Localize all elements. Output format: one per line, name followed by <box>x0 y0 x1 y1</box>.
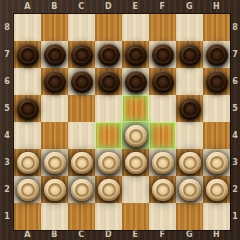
square-C1[interactable] <box>68 203 95 230</box>
square-E4[interactable] <box>122 122 149 149</box>
square-C8[interactable] <box>68 14 95 41</box>
piece-light-G2[interactable] <box>179 179 201 201</box>
square-A1[interactable] <box>14 203 41 230</box>
rank-label-3: 3 <box>0 149 14 176</box>
square-G1[interactable] <box>176 203 203 230</box>
square-H3[interactable] <box>203 149 230 176</box>
square-D6[interactable] <box>95 68 122 95</box>
square-F1[interactable] <box>149 203 176 230</box>
file-label-g: G <box>176 230 203 240</box>
square-E8[interactable] <box>122 14 149 41</box>
square-G4[interactable] <box>176 122 203 149</box>
square-E5[interactable] <box>122 95 149 122</box>
piece-light-H2[interactable] <box>206 179 228 201</box>
piece-dark-F6[interactable] <box>152 71 174 93</box>
piece-light-H3[interactable] <box>206 152 228 174</box>
square-G6[interactable] <box>176 68 203 95</box>
rank-label-8: 8 <box>0 14 14 41</box>
file-labels-bottom: ABCDEFGH <box>14 230 230 240</box>
file-label-f: F <box>149 0 176 14</box>
square-A3[interactable] <box>14 149 41 176</box>
file-label-g: G <box>176 0 203 14</box>
file-label-b: B <box>41 230 68 240</box>
piece-dark-G5[interactable] <box>179 98 201 120</box>
square-A4[interactable] <box>14 122 41 149</box>
rank-label-5: 5 <box>0 95 14 122</box>
square-G8[interactable] <box>176 14 203 41</box>
square-H6[interactable] <box>203 68 230 95</box>
rank-label-7: 7 <box>230 41 240 68</box>
rank-label-1: 1 <box>230 203 240 230</box>
square-C6[interactable] <box>68 68 95 95</box>
square-A6[interactable] <box>14 68 41 95</box>
piece-dark-B6[interactable] <box>44 71 66 93</box>
piece-light-B2[interactable] <box>44 179 66 201</box>
piece-dark-C7[interactable] <box>71 44 93 66</box>
piece-dark-B7[interactable] <box>44 44 66 66</box>
square-E2[interactable] <box>122 176 149 203</box>
file-label-d: D <box>95 0 122 14</box>
square-G7[interactable] <box>176 41 203 68</box>
piece-light-D3[interactable] <box>98 152 120 174</box>
square-B5[interactable] <box>41 95 68 122</box>
file-labels-top: ABCDEFGH <box>14 0 230 14</box>
piece-light-F3[interactable] <box>152 152 174 174</box>
square-E3[interactable] <box>122 149 149 176</box>
square-D4[interactable] <box>95 122 122 149</box>
piece-dark-D7[interactable] <box>98 44 120 66</box>
square-D7[interactable] <box>95 41 122 68</box>
square-F2[interactable] <box>149 176 176 203</box>
file-label-e: E <box>122 230 149 240</box>
piece-light-G3[interactable] <box>179 152 201 174</box>
board-frame: ABCDEFGH ABCDEFGH 87654321 87654321 <box>0 0 240 240</box>
rank-label-4: 4 <box>230 122 240 149</box>
file-label-b: B <box>41 0 68 14</box>
rank-label-7: 7 <box>0 41 14 68</box>
square-G5[interactable] <box>176 95 203 122</box>
rank-labels-right: 87654321 <box>230 14 240 230</box>
piece-light-A3[interactable] <box>17 152 39 174</box>
square-C2[interactable] <box>68 176 95 203</box>
rank-label-1: 1 <box>0 203 14 230</box>
square-D1[interactable] <box>95 203 122 230</box>
piece-dark-D6[interactable] <box>98 71 120 93</box>
file-label-f: F <box>149 230 176 240</box>
file-label-d: D <box>95 230 122 240</box>
square-F6[interactable] <box>149 68 176 95</box>
square-E1[interactable] <box>122 203 149 230</box>
rank-label-8: 8 <box>230 14 240 41</box>
rank-label-2: 2 <box>230 176 240 203</box>
square-C7[interactable] <box>68 41 95 68</box>
rank-label-6: 6 <box>0 68 14 95</box>
square-H7[interactable] <box>203 41 230 68</box>
piece-dark-A7[interactable] <box>17 44 39 66</box>
square-H4[interactable] <box>203 122 230 149</box>
rank-label-4: 4 <box>0 122 14 149</box>
square-A2[interactable] <box>14 176 41 203</box>
square-B2[interactable] <box>41 176 68 203</box>
piece-light-A2[interactable] <box>17 179 39 201</box>
square-F4[interactable] <box>149 122 176 149</box>
file-label-h: H <box>203 0 230 14</box>
square-A7[interactable] <box>14 41 41 68</box>
file-label-c: C <box>68 0 95 14</box>
piece-light-B3[interactable] <box>44 152 66 174</box>
square-A5[interactable] <box>14 95 41 122</box>
square-G3[interactable] <box>176 149 203 176</box>
piece-dark-A5[interactable] <box>17 98 39 120</box>
piece-dark-G7[interactable] <box>179 44 201 66</box>
square-E7[interactable] <box>122 41 149 68</box>
square-D5[interactable] <box>95 95 122 122</box>
square-G2[interactable] <box>176 176 203 203</box>
file-label-a: A <box>14 230 41 240</box>
piece-light-C3[interactable] <box>71 152 93 174</box>
square-C5[interactable] <box>68 95 95 122</box>
square-B3[interactable] <box>41 149 68 176</box>
piece-dark-E6[interactable] <box>125 71 147 93</box>
square-H1[interactable] <box>203 203 230 230</box>
piece-dark-H6[interactable] <box>206 71 228 93</box>
rank-label-2: 2 <box>0 176 14 203</box>
square-B4[interactable] <box>41 122 68 149</box>
square-F5[interactable] <box>149 95 176 122</box>
piece-dark-H7[interactable] <box>206 44 228 66</box>
square-D2[interactable] <box>95 176 122 203</box>
piece-light-D2[interactable] <box>98 179 120 201</box>
file-label-e: E <box>122 0 149 14</box>
square-B8[interactable] <box>41 14 68 41</box>
piece-light-E4[interactable] <box>125 125 147 147</box>
piece-light-E3[interactable] <box>125 152 147 174</box>
piece-light-F2[interactable] <box>152 179 174 201</box>
square-H2[interactable] <box>203 176 230 203</box>
file-label-a: A <box>14 0 41 14</box>
rank-label-6: 6 <box>230 68 240 95</box>
board-grid <box>14 14 230 230</box>
square-H8[interactable] <box>203 14 230 41</box>
rank-label-5: 5 <box>230 95 240 122</box>
file-label-h: H <box>203 230 230 240</box>
square-F7[interactable] <box>149 41 176 68</box>
square-E6[interactable] <box>122 68 149 95</box>
square-B1[interactable] <box>41 203 68 230</box>
piece-dark-E7[interactable] <box>125 44 147 66</box>
file-label-c: C <box>68 230 95 240</box>
square-B6[interactable] <box>41 68 68 95</box>
square-D3[interactable] <box>95 149 122 176</box>
rank-labels-left: 87654321 <box>0 14 14 230</box>
square-A8[interactable] <box>14 14 41 41</box>
square-B7[interactable] <box>41 41 68 68</box>
square-H5[interactable] <box>203 95 230 122</box>
piece-dark-C6[interactable] <box>71 71 93 93</box>
rank-label-3: 3 <box>230 149 240 176</box>
piece-light-C2[interactable] <box>71 179 93 201</box>
square-F8[interactable] <box>149 14 176 41</box>
piece-dark-F7[interactable] <box>152 44 174 66</box>
square-F3[interactable] <box>149 149 176 176</box>
square-D8[interactable] <box>95 14 122 41</box>
square-C4[interactable] <box>68 122 95 149</box>
square-C3[interactable] <box>68 149 95 176</box>
